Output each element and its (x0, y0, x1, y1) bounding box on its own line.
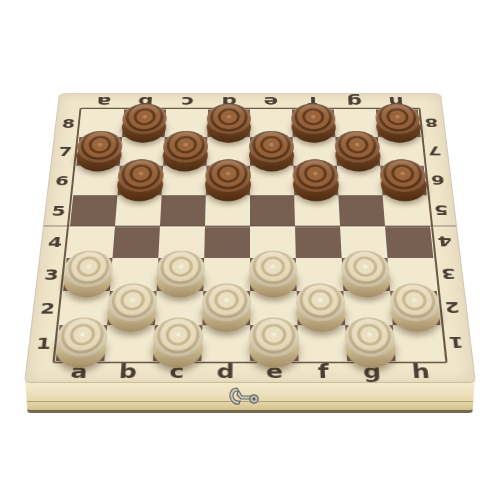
file-label-bottom-h: h (396, 361, 447, 382)
light-checker-d2[interactable] (202, 291, 250, 325)
light-checker-a1[interactable] (56, 325, 107, 361)
light-checker-g1[interactable] (345, 325, 395, 361)
checker-top (201, 283, 251, 321)
dark-checker-g7[interactable] (335, 137, 380, 166)
dark-checker-b8[interactable] (122, 109, 166, 137)
dark-checker-h6[interactable] (380, 166, 427, 196)
light-checker-c1[interactable] (153, 325, 202, 361)
light-checker-f2[interactable] (297, 291, 346, 325)
checker-top (249, 317, 300, 356)
checker-top (249, 251, 298, 287)
light-checker-h2[interactable] (390, 291, 440, 325)
dark-checker-d6[interactable] (206, 166, 250, 196)
checker-top (292, 159, 339, 192)
dark-checker-c7[interactable] (163, 137, 207, 166)
dark-checker-e7[interactable] (250, 137, 293, 166)
checker-top (249, 131, 294, 163)
checker-top (205, 159, 251, 192)
dark-checker-h8[interactable] (376, 109, 421, 137)
light-checker-e1[interactable] (250, 325, 299, 361)
light-checker-e3[interactable] (250, 258, 297, 291)
pieces-layer (56, 109, 444, 360)
checker-top (206, 103, 250, 134)
light-checker-c3[interactable] (157, 258, 205, 291)
light-checker-a3[interactable] (63, 258, 112, 291)
file-label-bottom-f: f (299, 361, 349, 382)
light-checker-b2[interactable] (107, 291, 156, 325)
clasp-hook-icon (223, 386, 267, 408)
dark-checker-a7[interactable] (76, 137, 122, 166)
checker-top (295, 283, 346, 321)
file-label-bottom-b: b (103, 361, 153, 382)
dark-checker-f8[interactable] (292, 109, 335, 137)
dark-checker-d8[interactable] (207, 109, 250, 137)
box-front-face (25, 380, 475, 413)
checkers-board-photo: abcdefgh abcdefgh 87654321 87654321 (0, 0, 500, 500)
checker-top (334, 131, 381, 163)
file-label-bottom-d: d (201, 361, 250, 382)
bottom-file-labels: abcdefgh (54, 361, 447, 382)
board-surface: abcdefgh abcdefgh 87654321 87654321 (25, 94, 475, 382)
dark-checker-b6[interactable] (117, 166, 163, 196)
checker-top (291, 103, 336, 134)
dark-checker-f6[interactable] (293, 166, 338, 196)
light-checker-g3[interactable] (342, 258, 390, 291)
